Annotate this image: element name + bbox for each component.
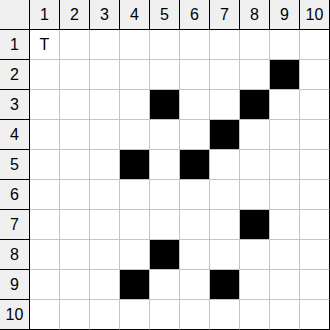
col-header-2: 2 xyxy=(60,0,90,30)
blocked-cell-r5-c4[interactable] xyxy=(120,150,150,180)
empty-cell-r10-c6[interactable] xyxy=(180,300,210,330)
row-header-5: 5 xyxy=(0,150,30,180)
empty-cell-r2-c8[interactable] xyxy=(240,60,270,90)
empty-cell-r5-c2[interactable] xyxy=(60,150,90,180)
empty-cell-r8-c3[interactable] xyxy=(90,240,120,270)
empty-cell-r3-c6[interactable] xyxy=(180,90,210,120)
empty-cell-r8-c4[interactable] xyxy=(120,240,150,270)
col-header-3: 3 xyxy=(90,0,120,30)
row-header-8: 8 xyxy=(0,240,30,270)
blocked-cell-r7-c8[interactable] xyxy=(240,210,270,240)
blocked-cell-r3-c5[interactable] xyxy=(150,90,180,120)
row-header-3: 3 xyxy=(0,90,30,120)
empty-cell-r9-c9[interactable] xyxy=(270,270,300,300)
empty-cell-r3-c3[interactable] xyxy=(90,90,120,120)
col-header-8: 8 xyxy=(240,0,270,30)
empty-cell-r8-c9[interactable] xyxy=(270,240,300,270)
empty-cell-r6-c9[interactable] xyxy=(270,180,300,210)
empty-cell-r3-c9[interactable] xyxy=(270,90,300,120)
empty-cell-r6-c1[interactable] xyxy=(30,180,60,210)
empty-cell-r4-c4[interactable] xyxy=(120,120,150,150)
empty-cell-r7-c10[interactable] xyxy=(300,210,330,240)
col-header-10: 10 xyxy=(300,0,330,30)
empty-cell-r4-c3[interactable] xyxy=(90,120,120,150)
puzzle-board: 123456789101T2345678910 xyxy=(0,0,330,330)
blocked-cell-r5-c6[interactable] xyxy=(180,150,210,180)
col-header-1: 1 xyxy=(30,0,60,30)
empty-cell-r5-c7[interactable] xyxy=(210,150,240,180)
blocked-cell-r8-c5[interactable] xyxy=(150,240,180,270)
empty-cell-r9-c6[interactable] xyxy=(180,270,210,300)
empty-cell-r4-c10[interactable] xyxy=(300,120,330,150)
empty-cell-r9-c1[interactable] xyxy=(30,270,60,300)
empty-cell-r10-c8[interactable] xyxy=(240,300,270,330)
col-header-4: 4 xyxy=(120,0,150,30)
empty-cell-r7-c3[interactable] xyxy=(90,210,120,240)
empty-cell-r5-c9[interactable] xyxy=(270,150,300,180)
marker-cell-r1-c1[interactable]: T xyxy=(30,30,60,60)
col-header-6: 6 xyxy=(180,0,210,30)
col-header-7: 7 xyxy=(210,0,240,30)
row-header-9: 9 xyxy=(0,270,30,300)
row-header-2: 2 xyxy=(0,60,30,90)
empty-cell-r10-c2[interactable] xyxy=(60,300,90,330)
empty-cell-r10-c3[interactable] xyxy=(90,300,120,330)
empty-cell-r7-c9[interactable] xyxy=(270,210,300,240)
empty-cell-r5-c10[interactable] xyxy=(300,150,330,180)
empty-cell-r6-c7[interactable] xyxy=(210,180,240,210)
empty-cell-r7-c1[interactable] xyxy=(30,210,60,240)
empty-cell-r4-c2[interactable] xyxy=(60,120,90,150)
empty-cell-r2-c5[interactable] xyxy=(150,60,180,90)
blocked-cell-r9-c7[interactable] xyxy=(210,270,240,300)
empty-cell-r4-c9[interactable] xyxy=(270,120,300,150)
empty-cell-r3-c2[interactable] xyxy=(60,90,90,120)
row-header-4: 4 xyxy=(0,120,30,150)
empty-cell-r9-c2[interactable] xyxy=(60,270,90,300)
empty-cell-r4-c8[interactable] xyxy=(240,120,270,150)
empty-cell-r5-c5[interactable] xyxy=(150,150,180,180)
row-header-7: 7 xyxy=(0,210,30,240)
empty-cell-r1-c9[interactable] xyxy=(270,30,300,60)
col-header-9: 9 xyxy=(270,0,300,30)
empty-cell-r1-c7[interactable] xyxy=(210,30,240,60)
empty-cell-r6-c3[interactable] xyxy=(90,180,120,210)
empty-cell-r2-c7[interactable] xyxy=(210,60,240,90)
empty-cell-r8-c6[interactable] xyxy=(180,240,210,270)
empty-cell-r6-c4[interactable] xyxy=(120,180,150,210)
empty-cell-r5-c8[interactable] xyxy=(240,150,270,180)
empty-cell-r8-c2[interactable] xyxy=(60,240,90,270)
empty-cell-r7-c6[interactable] xyxy=(180,210,210,240)
empty-cell-r1-c4[interactable] xyxy=(120,30,150,60)
blocked-cell-r9-c4[interactable] xyxy=(120,270,150,300)
empty-cell-r1-c6[interactable] xyxy=(180,30,210,60)
empty-cell-r4-c5[interactable] xyxy=(150,120,180,150)
row-header-10: 10 xyxy=(0,300,30,330)
empty-cell-r3-c1[interactable] xyxy=(30,90,60,120)
empty-cell-r10-c4[interactable] xyxy=(120,300,150,330)
empty-cell-r9-c3[interactable] xyxy=(90,270,120,300)
empty-cell-r7-c4[interactable] xyxy=(120,210,150,240)
empty-cell-r10-c9[interactable] xyxy=(270,300,300,330)
empty-cell-r1-c10[interactable] xyxy=(300,30,330,60)
row-header-1: 1 xyxy=(0,30,30,60)
empty-cell-r7-c2[interactable] xyxy=(60,210,90,240)
empty-cell-r2-c3[interactable] xyxy=(90,60,120,90)
empty-cell-r2-c1[interactable] xyxy=(30,60,60,90)
empty-cell-r8-c10[interactable] xyxy=(300,240,330,270)
empty-cell-r9-c8[interactable] xyxy=(240,270,270,300)
empty-cell-r4-c1[interactable] xyxy=(30,120,60,150)
blocked-cell-r3-c8[interactable] xyxy=(240,90,270,120)
empty-cell-r1-c2[interactable] xyxy=(60,30,90,60)
empty-cell-r8-c7[interactable] xyxy=(210,240,240,270)
col-header-5: 5 xyxy=(150,0,180,30)
empty-cell-r2-c10[interactable] xyxy=(300,60,330,90)
empty-cell-r8-c1[interactable] xyxy=(30,240,60,270)
empty-cell-r8-c8[interactable] xyxy=(240,240,270,270)
empty-cell-r10-c1[interactable] xyxy=(30,300,60,330)
blocked-cell-r2-c9[interactable] xyxy=(270,60,300,90)
empty-cell-r6-c8[interactable] xyxy=(240,180,270,210)
empty-cell-r3-c4[interactable] xyxy=(120,90,150,120)
empty-cell-r6-c10[interactable] xyxy=(300,180,330,210)
empty-cell-r9-c10[interactable] xyxy=(300,270,330,300)
empty-cell-r5-c1[interactable] xyxy=(30,150,60,180)
empty-cell-r2-c4[interactable] xyxy=(120,60,150,90)
empty-cell-r1-c3[interactable] xyxy=(90,30,120,60)
empty-cell-r10-c5[interactable] xyxy=(150,300,180,330)
empty-cell-r1-c8[interactable] xyxy=(240,30,270,60)
corner-cell xyxy=(0,0,30,30)
empty-cell-r6-c6[interactable] xyxy=(180,180,210,210)
empty-cell-r7-c7[interactable] xyxy=(210,210,240,240)
empty-cell-r7-c5[interactable] xyxy=(150,210,180,240)
empty-cell-r10-c10[interactable] xyxy=(300,300,330,330)
empty-cell-r9-c5[interactable] xyxy=(150,270,180,300)
empty-cell-r3-c10[interactable] xyxy=(300,90,330,120)
empty-cell-r1-c5[interactable] xyxy=(150,30,180,60)
row-header-6: 6 xyxy=(0,180,30,210)
empty-cell-r4-c6[interactable] xyxy=(180,120,210,150)
empty-cell-r3-c7[interactable] xyxy=(210,90,240,120)
empty-cell-r5-c3[interactable] xyxy=(90,150,120,180)
empty-cell-r2-c6[interactable] xyxy=(180,60,210,90)
blocked-cell-r4-c7[interactable] xyxy=(210,120,240,150)
empty-cell-r6-c5[interactable] xyxy=(150,180,180,210)
empty-cell-r2-c2[interactable] xyxy=(60,60,90,90)
empty-cell-r10-c7[interactable] xyxy=(210,300,240,330)
empty-cell-r6-c2[interactable] xyxy=(60,180,90,210)
